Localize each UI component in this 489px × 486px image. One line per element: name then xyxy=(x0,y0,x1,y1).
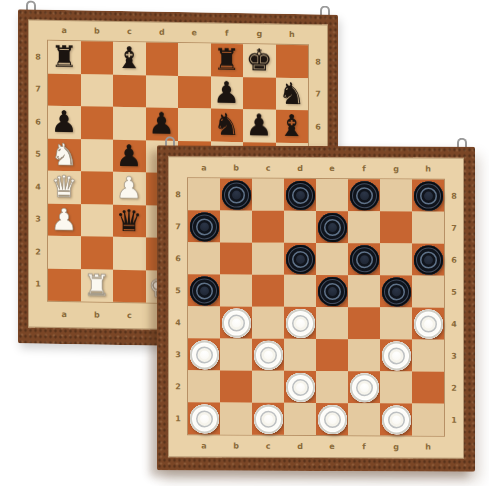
square-a4[interactable] xyxy=(188,306,220,338)
square-a3[interactable]: ♟ xyxy=(48,203,81,236)
checkers-board-margin: abcdefgh abcdefgh 87654321 87654321 xyxy=(168,156,464,459)
square-e2[interactable] xyxy=(316,371,348,403)
square-c3[interactable]: ♛ xyxy=(113,204,146,237)
white-checker[interactable] xyxy=(190,404,219,433)
square-d4[interactable] xyxy=(284,307,316,339)
square-e7[interactable] xyxy=(316,211,348,243)
file-label-c: c xyxy=(113,21,146,43)
square-a6[interactable]: ♟ xyxy=(48,106,81,139)
file-label-h: h xyxy=(412,436,444,459)
rank-label-8: 8 xyxy=(444,180,464,212)
square-h8[interactable] xyxy=(412,180,444,212)
square-d7[interactable] xyxy=(146,75,179,108)
file-label-f: f xyxy=(211,23,244,45)
rank-label-6: 6 xyxy=(308,110,328,143)
square-b4[interactable] xyxy=(81,171,114,204)
black-knight[interactable]: ♞ xyxy=(278,79,305,109)
square-a3[interactable] xyxy=(188,338,220,370)
square-g5[interactable] xyxy=(380,275,412,307)
square-c8[interactable]: ♝ xyxy=(113,42,146,75)
square-c4[interactable]: ♟ xyxy=(113,172,146,205)
square-b3[interactable] xyxy=(220,338,252,370)
black-checker[interactable] xyxy=(286,244,315,273)
rank-label-8: 8 xyxy=(168,178,188,210)
rank-label-5: 5 xyxy=(28,138,48,171)
square-b7[interactable] xyxy=(81,74,114,107)
black-knight[interactable]: ♞ xyxy=(213,110,240,140)
square-f2[interactable] xyxy=(348,371,380,403)
file-label-g: g xyxy=(380,157,412,179)
rank-label-3: 3 xyxy=(444,340,464,372)
white-checker[interactable] xyxy=(350,373,379,402)
black-king[interactable]: ♚ xyxy=(246,45,273,75)
rank-label-5: 5 xyxy=(444,276,464,308)
white-checker[interactable] xyxy=(414,309,443,338)
square-c5[interactable]: ♟ xyxy=(113,139,146,172)
square-h6[interactable] xyxy=(412,244,444,276)
file-label-b: b xyxy=(81,301,114,328)
square-c1[interactable] xyxy=(252,403,284,435)
square-c5[interactable] xyxy=(252,275,284,307)
white-checker[interactable] xyxy=(382,341,411,370)
white-checker[interactable] xyxy=(286,308,315,337)
square-h7[interactable]: ♞ xyxy=(276,77,309,110)
square-c8[interactable] xyxy=(252,179,284,211)
square-e8[interactable] xyxy=(178,43,211,76)
square-c6[interactable] xyxy=(113,107,146,140)
square-a2[interactable] xyxy=(188,370,220,402)
rank-label-3: 3 xyxy=(168,338,188,370)
square-a7[interactable] xyxy=(188,210,220,242)
black-checker[interactable] xyxy=(190,212,219,241)
square-g1[interactable] xyxy=(380,403,412,435)
file-label-d: d xyxy=(284,435,316,458)
square-b1[interactable]: ♜ xyxy=(81,269,114,302)
square-g8[interactable]: ♚ xyxy=(243,44,276,77)
checkers-board-frame: abcdefgh abcdefgh 87654321 87654321 xyxy=(157,145,475,472)
rank-label-2: 2 xyxy=(168,370,188,402)
file-label-a: a xyxy=(188,434,220,457)
file-label-h: h xyxy=(276,24,309,46)
checkers-board: abcdefgh abcdefgh 87654321 87654321 xyxy=(157,145,475,472)
black-pawn[interactable]: ♟ xyxy=(213,77,240,107)
square-a4[interactable]: ♛ xyxy=(48,171,81,204)
white-checker[interactable] xyxy=(382,405,411,434)
square-a1[interactable] xyxy=(48,268,81,301)
square-a2[interactable] xyxy=(48,236,81,269)
checkers-file-labels-top: abcdefgh xyxy=(188,156,444,179)
square-b4[interactable] xyxy=(220,306,252,338)
square-h3[interactable] xyxy=(412,340,444,372)
checkers-file-labels-bottom: abcdefgh xyxy=(188,434,444,458)
square-b2[interactable] xyxy=(81,236,114,269)
square-e5[interactable] xyxy=(316,275,348,307)
black-checker[interactable] xyxy=(382,277,411,306)
square-a8[interactable]: ♜ xyxy=(48,41,81,74)
file-label-b: b xyxy=(220,156,252,178)
square-b6[interactable] xyxy=(220,242,252,274)
rank-label-2: 2 xyxy=(444,372,464,404)
black-pawn[interactable]: ♟ xyxy=(246,110,273,140)
square-d1[interactable] xyxy=(284,403,316,435)
square-a5[interactable]: ♞ xyxy=(48,138,81,171)
checkers-rank-labels-right: 87654321 xyxy=(444,180,464,436)
square-d8[interactable] xyxy=(284,179,316,211)
rank-label-5: 5 xyxy=(168,274,188,306)
square-g6[interactable]: ♟ xyxy=(243,109,276,142)
black-checker[interactable] xyxy=(222,180,251,209)
square-f8[interactable]: ♜ xyxy=(211,44,244,77)
rank-label-8: 8 xyxy=(308,45,328,78)
rank-label-1: 1 xyxy=(168,402,188,434)
white-queen[interactable]: ♛ xyxy=(51,172,78,202)
file-label-f: f xyxy=(348,435,380,458)
black-rook[interactable]: ♜ xyxy=(51,42,78,72)
white-checker[interactable] xyxy=(318,405,347,434)
square-c3[interactable] xyxy=(252,339,284,371)
square-b6[interactable] xyxy=(81,106,114,139)
checkers-rank-labels-left: 87654321 xyxy=(168,178,188,434)
square-b2[interactable] xyxy=(220,370,252,402)
square-h6[interactable]: ♝ xyxy=(276,110,309,143)
file-label-d: d xyxy=(284,157,316,179)
file-label-e: e xyxy=(178,22,211,44)
rank-label-4: 4 xyxy=(168,306,188,338)
black-checker[interactable] xyxy=(318,277,347,306)
square-g7[interactable] xyxy=(243,77,276,110)
file-label-b: b xyxy=(81,20,114,42)
black-queen[interactable]: ♛ xyxy=(116,206,143,236)
file-label-e: e xyxy=(316,157,348,179)
square-e6[interactable] xyxy=(316,243,348,275)
square-c2[interactable] xyxy=(113,237,146,270)
square-b1[interactable] xyxy=(220,402,252,434)
square-f5[interactable] xyxy=(348,275,380,307)
square-a6[interactable] xyxy=(188,242,220,274)
square-f6[interactable]: ♞ xyxy=(211,109,244,142)
square-c7[interactable] xyxy=(252,211,284,243)
black-checker[interactable] xyxy=(286,180,315,209)
square-g4[interactable] xyxy=(380,307,412,339)
square-c7[interactable] xyxy=(113,74,146,107)
rank-label-7: 7 xyxy=(28,73,48,106)
file-label-a: a xyxy=(48,301,81,328)
square-h2[interactable] xyxy=(412,372,444,404)
rank-label-6: 6 xyxy=(168,242,188,274)
rank-label-7: 7 xyxy=(168,210,188,242)
square-e8[interactable] xyxy=(316,179,348,211)
file-label-b: b xyxy=(220,434,252,457)
square-g6[interactable] xyxy=(380,243,412,275)
rank-label-1: 1 xyxy=(28,268,48,301)
square-h1[interactable] xyxy=(412,404,444,436)
black-bishop[interactable]: ♝ xyxy=(278,111,305,141)
checkers-grid xyxy=(188,178,444,435)
file-label-c: c xyxy=(113,302,146,329)
square-b5[interactable] xyxy=(220,274,252,306)
square-d8[interactable] xyxy=(146,42,179,75)
black-pawn[interactable]: ♟ xyxy=(51,107,78,137)
white-checker[interactable] xyxy=(190,340,219,369)
square-a5[interactable] xyxy=(188,274,220,306)
square-g3[interactable] xyxy=(380,339,412,371)
rank-label-7: 7 xyxy=(444,212,464,244)
square-d3[interactable] xyxy=(284,339,316,371)
square-f4[interactable] xyxy=(348,307,380,339)
square-f8[interactable] xyxy=(348,179,380,211)
rank-label-6: 6 xyxy=(444,244,464,276)
file-label-a: a xyxy=(48,20,81,42)
chess-rank-labels-left: 87654321 xyxy=(28,40,48,300)
square-g7[interactable] xyxy=(380,211,412,243)
black-checker[interactable] xyxy=(190,276,219,305)
square-f7[interactable]: ♟ xyxy=(211,76,244,109)
square-a1[interactable] xyxy=(188,402,220,434)
square-a7[interactable] xyxy=(48,73,81,106)
black-checker[interactable] xyxy=(350,181,379,210)
black-rook[interactable]: ♜ xyxy=(213,45,240,75)
file-label-c: c xyxy=(252,157,284,179)
square-b5[interactable] xyxy=(81,139,114,172)
file-label-a: a xyxy=(188,156,220,178)
square-h8[interactable] xyxy=(276,45,309,78)
black-pawn[interactable]: ♟ xyxy=(116,141,143,171)
white-rook[interactable]: ♜ xyxy=(83,270,110,300)
white-pawn[interactable]: ♟ xyxy=(51,205,78,235)
rank-label-6: 6 xyxy=(28,105,48,138)
square-h7[interactable] xyxy=(412,212,444,244)
black-checker[interactable] xyxy=(414,181,443,210)
square-e4[interactable] xyxy=(316,307,348,339)
square-e3[interactable] xyxy=(316,339,348,371)
black-checker[interactable] xyxy=(350,245,379,274)
white-checker[interactable] xyxy=(286,372,315,401)
black-checker[interactable] xyxy=(318,213,347,242)
file-label-e: e xyxy=(316,435,348,458)
square-f6[interactable] xyxy=(348,243,380,275)
square-e6[interactable] xyxy=(178,108,211,141)
file-label-f: f xyxy=(348,157,380,179)
square-c6[interactable] xyxy=(252,243,284,275)
file-label-h: h xyxy=(412,158,444,180)
file-label-d: d xyxy=(146,21,179,43)
white-checker[interactable] xyxy=(222,308,251,337)
square-b8[interactable] xyxy=(81,41,114,74)
white-checker[interactable] xyxy=(254,340,283,369)
black-pawn[interactable]: ♟ xyxy=(148,109,175,139)
square-d6[interactable] xyxy=(284,243,316,275)
rank-label-3: 3 xyxy=(28,203,48,236)
rank-label-1: 1 xyxy=(444,404,464,436)
rank-label-2: 2 xyxy=(28,235,48,268)
rank-label-8: 8 xyxy=(28,40,48,73)
square-b8[interactable] xyxy=(220,178,252,210)
square-h4[interactable] xyxy=(412,308,444,340)
black-bishop[interactable]: ♝ xyxy=(116,43,143,73)
square-f3[interactable] xyxy=(348,339,380,371)
rank-label-7: 7 xyxy=(308,78,328,111)
square-d5[interactable] xyxy=(284,275,316,307)
white-pawn[interactable]: ♟ xyxy=(116,173,143,203)
square-b7[interactable] xyxy=(220,210,252,242)
square-g2[interactable] xyxy=(380,371,412,403)
square-d6[interactable]: ♟ xyxy=(146,107,179,140)
black-checker[interactable] xyxy=(414,245,443,274)
file-label-g: g xyxy=(380,435,412,458)
square-f1[interactable] xyxy=(348,403,380,435)
file-label-g: g xyxy=(243,23,276,45)
square-e7[interactable] xyxy=(178,76,211,109)
square-d2[interactable] xyxy=(284,371,316,403)
square-c4[interactable] xyxy=(252,307,284,339)
square-a8[interactable] xyxy=(188,178,220,210)
square-h5[interactable] xyxy=(412,276,444,308)
square-c2[interactable] xyxy=(252,371,284,403)
square-c1[interactable] xyxy=(113,269,146,302)
square-f7[interactable] xyxy=(348,211,380,243)
rank-label-4: 4 xyxy=(444,308,464,340)
file-label-c: c xyxy=(252,435,284,458)
square-g8[interactable] xyxy=(380,179,412,211)
product-photo-scene: abcdefgh abcdefgh 87654321 87654321 ♜♝♜♚… xyxy=(0,0,489,486)
white-knight[interactable]: ♞ xyxy=(51,140,78,170)
square-b3[interactable] xyxy=(81,204,114,237)
rank-label-4: 4 xyxy=(28,170,48,203)
white-checker[interactable] xyxy=(254,404,283,433)
square-d7[interactable] xyxy=(284,211,316,243)
square-e1[interactable] xyxy=(316,403,348,435)
